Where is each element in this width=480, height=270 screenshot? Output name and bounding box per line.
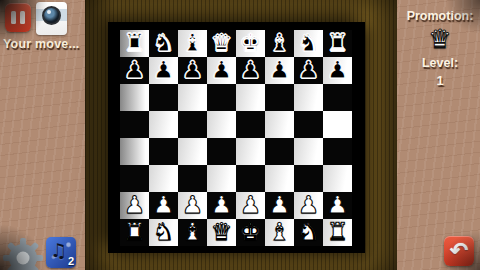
square-d5[interactable] <box>207 111 236 138</box>
music-button[interactable]: ♫ 2 <box>46 237 76 268</box>
white-pawn: ♟ <box>269 192 291 219</box>
white-rook: ♜ <box>327 219 349 246</box>
square-a2[interactable]: ♟ <box>120 192 149 219</box>
white-queen: ♛ <box>211 219 233 246</box>
square-g5[interactable] <box>294 111 323 138</box>
square-d8[interactable]: ♛ <box>207 30 236 57</box>
square-a1[interactable]: ♜ <box>120 219 149 246</box>
square-a8[interactable]: ♜ <box>120 30 149 57</box>
app-screen: ♜♞♝♛♚♝♞♜♟♟♟♟♟♟♟♟♟♟♟♟♟♟♟♟♜♞♝♛♚♝♞♜ Your mo… <box>0 0 480 270</box>
square-b1[interactable]: ♞ <box>149 219 178 246</box>
square-h5[interactable] <box>323 111 352 138</box>
black-pawn: ♟ <box>327 57 349 84</box>
pause-button[interactable] <box>5 3 31 32</box>
square-b8[interactable]: ♞ <box>149 30 178 57</box>
square-g6[interactable] <box>294 84 323 111</box>
black-king: ♚ <box>240 30 262 57</box>
square-d3[interactable] <box>207 165 236 192</box>
black-pawn: ♟ <box>153 57 175 84</box>
black-pawn: ♟ <box>182 57 204 84</box>
white-bishop: ♝ <box>182 219 204 246</box>
white-knight: ♞ <box>298 219 320 246</box>
white-rook: ♜ <box>124 219 146 246</box>
square-c4[interactable] <box>178 138 207 165</box>
undo-arrow-icon: ↶ <box>450 237 468 265</box>
black-pawn: ♟ <box>298 57 320 84</box>
white-knight: ♞ <box>153 219 175 246</box>
square-f2[interactable]: ♟ <box>265 192 294 219</box>
square-h1[interactable]: ♜ <box>323 219 352 246</box>
square-b5[interactable] <box>149 111 178 138</box>
board-grid: ♜♞♝♛♚♝♞♜♟♟♟♟♟♟♟♟♟♟♟♟♟♟♟♟♜♞♝♛♚♝♞♜ <box>120 30 352 246</box>
camera-lens-icon <box>42 6 61 25</box>
square-e2[interactable]: ♟ <box>236 192 265 219</box>
white-king: ♚ <box>240 219 262 246</box>
gear-icon <box>1 236 45 270</box>
square-a4[interactable] <box>120 138 149 165</box>
promotion-label: Promotion: <box>407 9 474 23</box>
white-pawn: ♟ <box>182 192 204 219</box>
square-a6[interactable] <box>120 84 149 111</box>
square-c5[interactable] <box>178 111 207 138</box>
square-c3[interactable] <box>178 165 207 192</box>
square-h3[interactable] <box>323 165 352 192</box>
square-g7[interactable]: ♟ <box>294 57 323 84</box>
white-pawn: ♟ <box>211 192 233 219</box>
square-g1[interactable]: ♞ <box>294 219 323 246</box>
square-b6[interactable] <box>149 84 178 111</box>
square-c7[interactable]: ♟ <box>178 57 207 84</box>
square-f6[interactable] <box>265 84 294 111</box>
camera-glint <box>47 10 51 14</box>
square-e3[interactable] <box>236 165 265 192</box>
square-b4[interactable] <box>149 138 178 165</box>
square-b2[interactable]: ♟ <box>149 192 178 219</box>
white-bishop: ♝ <box>269 219 291 246</box>
settings-button[interactable] <box>1 236 45 270</box>
square-c2[interactable]: ♟ <box>178 192 207 219</box>
square-e7[interactable]: ♟ <box>236 57 265 84</box>
white-pawn: ♟ <box>153 192 175 219</box>
black-pawn: ♟ <box>240 57 262 84</box>
square-h4[interactable] <box>323 138 352 165</box>
square-d1[interactable]: ♛ <box>207 219 236 246</box>
white-pawn: ♟ <box>327 192 349 219</box>
camera-button[interactable] <box>36 2 67 35</box>
square-g4[interactable] <box>294 138 323 165</box>
square-b3[interactable] <box>149 165 178 192</box>
square-h6[interactable] <box>323 84 352 111</box>
white-pawn: ♟ <box>298 192 320 219</box>
square-a5[interactable] <box>120 111 149 138</box>
level-value: 1 <box>398 73 480 88</box>
square-g2[interactable]: ♟ <box>294 192 323 219</box>
square-d6[interactable] <box>207 84 236 111</box>
square-c1[interactable]: ♝ <box>178 219 207 246</box>
black-queen: ♛ <box>211 30 233 57</box>
square-f1[interactable]: ♝ <box>265 219 294 246</box>
undo-button[interactable]: ↶ <box>444 236 474 266</box>
black-rook: ♜ <box>327 30 349 57</box>
black-bishop: ♝ <box>182 30 204 57</box>
square-f8[interactable]: ♝ <box>265 30 294 57</box>
square-h8[interactable]: ♜ <box>323 30 352 57</box>
black-pawn: ♟ <box>269 57 291 84</box>
level-label: Level: <box>398 56 480 70</box>
square-f5[interactable] <box>265 111 294 138</box>
black-pawn: ♟ <box>211 57 233 84</box>
black-knight: ♞ <box>298 30 320 57</box>
square-f7[interactable]: ♟ <box>265 57 294 84</box>
black-rook: ♜ <box>124 30 146 57</box>
pause-icon <box>20 11 25 24</box>
square-g3[interactable] <box>294 165 323 192</box>
square-e5[interactable] <box>236 111 265 138</box>
square-h7[interactable]: ♟ <box>323 57 352 84</box>
white-pawn: ♟ <box>124 192 146 219</box>
square-f3[interactable] <box>265 165 294 192</box>
promotion-panel: Promotion: ♛ Level: 1 <box>398 6 480 88</box>
square-e6[interactable] <box>236 84 265 111</box>
promotion-queen-icon[interactable]: ♛ <box>398 25 480 53</box>
music-note-icon: ♫ <box>50 239 67 261</box>
square-c8[interactable]: ♝ <box>178 30 207 57</box>
pause-icon <box>11 11 16 24</box>
square-b7[interactable]: ♟ <box>149 57 178 84</box>
square-c6[interactable] <box>178 84 207 111</box>
chess-board: ♜♞♝♛♚♝♞♜♟♟♟♟♟♟♟♟♟♟♟♟♟♟♟♟♜♞♝♛♚♝♞♜ <box>108 22 365 253</box>
black-pawn: ♟ <box>124 57 146 84</box>
square-e1[interactable]: ♚ <box>236 219 265 246</box>
status-message: Your move... <box>3 37 80 51</box>
black-knight: ♞ <box>153 30 175 57</box>
music-badge: 2 <box>68 255 74 267</box>
square-e4[interactable] <box>236 138 265 165</box>
black-bishop: ♝ <box>269 30 291 57</box>
square-d7[interactable]: ♟ <box>207 57 236 84</box>
square-e8[interactable]: ♚ <box>236 30 265 57</box>
square-a7[interactable]: ♟ <box>120 57 149 84</box>
white-pawn: ♟ <box>240 192 262 219</box>
square-g8[interactable]: ♞ <box>294 30 323 57</box>
square-f4[interactable] <box>265 138 294 165</box>
square-d2[interactable]: ♟ <box>207 192 236 219</box>
square-a3[interactable] <box>120 165 149 192</box>
square-d4[interactable] <box>207 138 236 165</box>
square-h2[interactable]: ♟ <box>323 192 352 219</box>
